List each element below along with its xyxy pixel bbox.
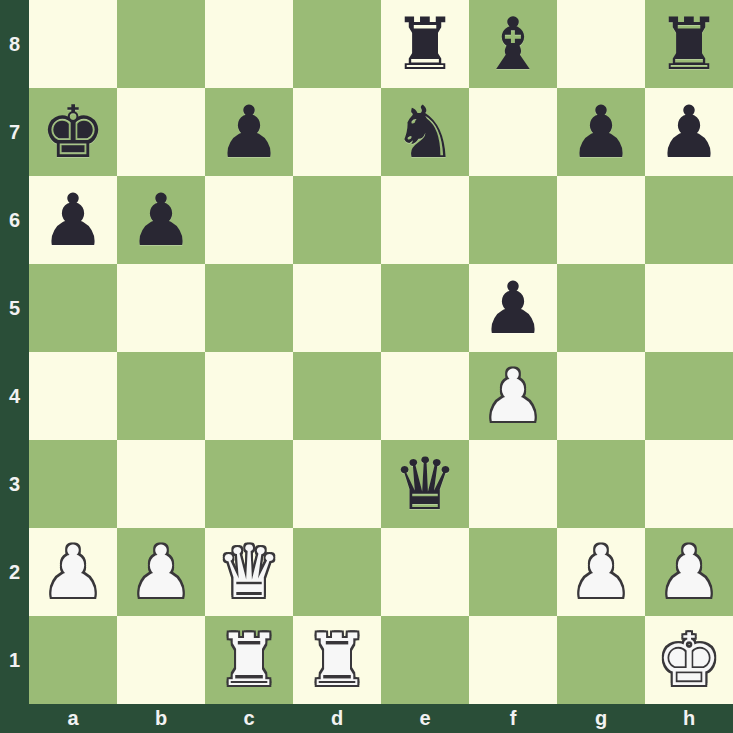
square-g5[interactable] bbox=[557, 264, 645, 352]
square-c6[interactable] bbox=[205, 176, 293, 264]
file-label-e: e bbox=[381, 704, 469, 733]
black-pawn[interactable]: ♟ bbox=[469, 264, 557, 352]
square-h1[interactable]: ♚ bbox=[645, 616, 733, 704]
black-rook[interactable]: ♜ bbox=[645, 0, 733, 88]
square-c4[interactable] bbox=[205, 352, 293, 440]
white-rook[interactable]: ♜ bbox=[205, 616, 293, 704]
square-h4[interactable] bbox=[645, 352, 733, 440]
file-coordinates: abcdefgh bbox=[29, 704, 733, 733]
square-b6[interactable]: ♟ bbox=[117, 176, 205, 264]
square-d5[interactable] bbox=[293, 264, 381, 352]
square-a2[interactable]: ♟ bbox=[29, 528, 117, 616]
black-queen[interactable]: ♛ bbox=[381, 440, 469, 528]
white-pawn[interactable]: ♟ bbox=[645, 528, 733, 616]
square-c1[interactable]: ♜ bbox=[205, 616, 293, 704]
white-king[interactable]: ♚ bbox=[645, 616, 733, 704]
square-a8[interactable] bbox=[29, 0, 117, 88]
square-f4[interactable]: ♟ bbox=[469, 352, 557, 440]
rank-label-2: 2 bbox=[0, 528, 29, 616]
rank-label-5: 5 bbox=[0, 264, 29, 352]
square-d2[interactable] bbox=[293, 528, 381, 616]
black-pawn[interactable]: ♟ bbox=[117, 176, 205, 264]
file-label-d: d bbox=[293, 704, 381, 733]
square-d1[interactable]: ♜ bbox=[293, 616, 381, 704]
rank-label-3: 3 bbox=[0, 440, 29, 528]
square-a4[interactable] bbox=[29, 352, 117, 440]
white-pawn[interactable]: ♟ bbox=[29, 528, 117, 616]
square-c7[interactable]: ♟ bbox=[205, 88, 293, 176]
rank-label-4: 4 bbox=[0, 352, 29, 440]
square-f7[interactable] bbox=[469, 88, 557, 176]
square-e5[interactable] bbox=[381, 264, 469, 352]
square-d7[interactable] bbox=[293, 88, 381, 176]
black-pawn[interactable]: ♟ bbox=[29, 176, 117, 264]
square-c8[interactable] bbox=[205, 0, 293, 88]
file-label-c: c bbox=[205, 704, 293, 733]
square-a3[interactable] bbox=[29, 440, 117, 528]
rank-label-7: 7 bbox=[0, 88, 29, 176]
square-h5[interactable] bbox=[645, 264, 733, 352]
rank-coordinates: 87654321 bbox=[0, 0, 29, 704]
file-label-a: a bbox=[29, 704, 117, 733]
square-f5[interactable]: ♟ bbox=[469, 264, 557, 352]
square-f3[interactable] bbox=[469, 440, 557, 528]
square-a6[interactable]: ♟ bbox=[29, 176, 117, 264]
square-d6[interactable] bbox=[293, 176, 381, 264]
square-h8[interactable]: ♜ bbox=[645, 0, 733, 88]
square-b3[interactable] bbox=[117, 440, 205, 528]
square-f2[interactable] bbox=[469, 528, 557, 616]
black-knight[interactable]: ♞ bbox=[381, 88, 469, 176]
square-e1[interactable] bbox=[381, 616, 469, 704]
black-bishop[interactable]: ♝ bbox=[469, 0, 557, 88]
square-b2[interactable]: ♟ bbox=[117, 528, 205, 616]
rank-label-1: 1 bbox=[0, 616, 29, 704]
square-g6[interactable] bbox=[557, 176, 645, 264]
square-c2[interactable]: ♛ bbox=[205, 528, 293, 616]
square-c5[interactable] bbox=[205, 264, 293, 352]
square-b4[interactable] bbox=[117, 352, 205, 440]
white-pawn[interactable]: ♟ bbox=[117, 528, 205, 616]
chess-board-window: 87654321 ♜♝♜♚♟♞♟♟♟♟♟♟♛♟♟♛♟♟♜♜♚ abcdefgh bbox=[0, 0, 733, 733]
file-label-g: g bbox=[557, 704, 645, 733]
square-a5[interactable] bbox=[29, 264, 117, 352]
black-pawn[interactable]: ♟ bbox=[205, 88, 293, 176]
square-g2[interactable]: ♟ bbox=[557, 528, 645, 616]
square-e3[interactable]: ♛ bbox=[381, 440, 469, 528]
square-b1[interactable] bbox=[117, 616, 205, 704]
square-e7[interactable]: ♞ bbox=[381, 88, 469, 176]
square-g1[interactable] bbox=[557, 616, 645, 704]
file-label-f: f bbox=[469, 704, 557, 733]
white-pawn[interactable]: ♟ bbox=[557, 528, 645, 616]
square-f8[interactable]: ♝ bbox=[469, 0, 557, 88]
file-label-h: h bbox=[645, 704, 733, 733]
square-d4[interactable] bbox=[293, 352, 381, 440]
black-pawn[interactable]: ♟ bbox=[557, 88, 645, 176]
square-g4[interactable] bbox=[557, 352, 645, 440]
chess-board[interactable]: ♜♝♜♚♟♞♟♟♟♟♟♟♛♟♟♛♟♟♜♜♚ bbox=[29, 0, 733, 704]
square-b8[interactable] bbox=[117, 0, 205, 88]
white-queen[interactable]: ♛ bbox=[205, 528, 293, 616]
square-e6[interactable] bbox=[381, 176, 469, 264]
square-g7[interactable]: ♟ bbox=[557, 88, 645, 176]
black-king[interactable]: ♚ bbox=[29, 88, 117, 176]
square-g3[interactable] bbox=[557, 440, 645, 528]
square-e8[interactable]: ♜ bbox=[381, 0, 469, 88]
square-e4[interactable] bbox=[381, 352, 469, 440]
black-pawn[interactable]: ♟ bbox=[645, 88, 733, 176]
square-h7[interactable]: ♟ bbox=[645, 88, 733, 176]
square-g8[interactable] bbox=[557, 0, 645, 88]
square-c3[interactable] bbox=[205, 440, 293, 528]
square-d3[interactable] bbox=[293, 440, 381, 528]
square-e2[interactable] bbox=[381, 528, 469, 616]
square-b5[interactable] bbox=[117, 264, 205, 352]
square-h3[interactable] bbox=[645, 440, 733, 528]
white-rook[interactable]: ♜ bbox=[293, 616, 381, 704]
square-f1[interactable] bbox=[469, 616, 557, 704]
black-rook[interactable]: ♜ bbox=[381, 0, 469, 88]
square-h6[interactable] bbox=[645, 176, 733, 264]
rank-label-6: 6 bbox=[0, 176, 29, 264]
square-d8[interactable] bbox=[293, 0, 381, 88]
square-a1[interactable] bbox=[29, 616, 117, 704]
square-a7[interactable]: ♚ bbox=[29, 88, 117, 176]
square-b7[interactable] bbox=[117, 88, 205, 176]
white-pawn[interactable]: ♟ bbox=[469, 352, 557, 440]
square-h2[interactable]: ♟ bbox=[645, 528, 733, 616]
rank-label-8: 8 bbox=[0, 0, 29, 88]
file-label-b: b bbox=[117, 704, 205, 733]
square-f6[interactable] bbox=[469, 176, 557, 264]
